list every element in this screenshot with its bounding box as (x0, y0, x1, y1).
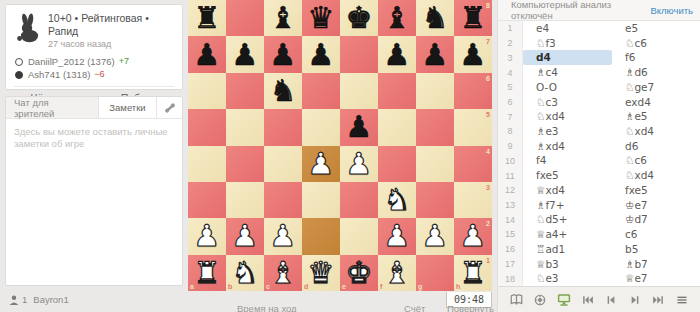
move-row-11: 11fxe5♘xd4 (498, 168, 700, 183)
move-row-15: 15♕a4+c6 (498, 227, 700, 242)
square-g6[interactable] (416, 73, 454, 109)
move-row-2: 2♘f3♘c6 (498, 36, 700, 51)
black-rating-diff: −6 (94, 68, 104, 81)
rank-label-3: 3 (486, 184, 490, 191)
chess-board: ♜♝♛♚♝♞♜8♟♟♟♟♟♟♟7♞6♟5♟♟4♞3♟♟♟♟♟♟2♜a♞b♝c♛d… (188, 0, 492, 291)
file-label-h: h (456, 283, 460, 290)
move-18-black[interactable]: ♕e7 (612, 271, 700, 286)
rank-label-7: 7 (486, 38, 490, 45)
move-number: 8 (498, 124, 523, 139)
black-knight: ♞ (422, 3, 449, 33)
black-color-icon (15, 71, 23, 79)
move-1-white[interactable]: e4 (523, 21, 612, 36)
rank-label-8: 8 (486, 2, 490, 9)
square-a5[interactable] (188, 109, 226, 145)
notes-placeholder[interactable]: Здесь вы можете оставить личные заметки … (6, 119, 182, 157)
move-row-4: 4♗c4♗d6 (498, 65, 700, 80)
white-color-icon (15, 58, 23, 66)
white-rook: ♜ (194, 258, 221, 288)
white-pawn: ♟ (194, 221, 221, 251)
square-g1[interactable]: g (416, 255, 454, 291)
game-timestamp: 27 часов назад (48, 38, 174, 50)
white-bishop: ♝ (384, 258, 411, 288)
square-e8[interactable]: ♚ (340, 0, 378, 36)
square-d7[interactable]: ♟ (302, 36, 340, 72)
phone-button[interactable] (156, 97, 182, 118)
move-14-black[interactable]: ♔d7 (612, 212, 700, 227)
move-7-black[interactable]: ♗e5 (612, 109, 700, 124)
white-pawn: ♟ (308, 149, 335, 179)
move-15-black[interactable]: c6 (612, 227, 700, 242)
file-label-d: d (304, 283, 308, 290)
move-13-black[interactable]: ♔e7 (612, 198, 700, 213)
square-c2[interactable]: ♟ (264, 218, 302, 254)
move-number: 13 (498, 198, 523, 213)
move-number: 6 (498, 95, 523, 110)
black-pawn: ♟ (270, 40, 297, 70)
move-number: 4 (498, 65, 523, 80)
move-14-white[interactable]: ♘d5+ (523, 212, 612, 227)
square-e4[interactable]: ♟ (340, 146, 378, 182)
move-row-14: 14♘d5+♔d7 (498, 212, 700, 227)
square-a4[interactable] (188, 146, 226, 182)
move-row-13: 13♗f7+♔e7 (498, 198, 700, 213)
square-h7[interactable]: ♟7 (454, 36, 492, 72)
black-player-row[interactable]: Ash741 (1318) −6 (15, 68, 174, 81)
white-pawn: ♟ (232, 221, 259, 251)
square-g2[interactable]: ♟ (416, 218, 454, 254)
white-king: ♚ (346, 258, 373, 288)
square-h8[interactable]: ♜8 (454, 0, 492, 36)
move-row-16: 16♖ad1b5 (498, 242, 700, 257)
square-d2[interactable] (302, 218, 340, 254)
analysis-board-icon[interactable] (554, 290, 574, 310)
square-f1[interactable]: ♝f (378, 255, 416, 291)
move-10-white[interactable]: f4 (523, 153, 612, 168)
move-list: 1e4e52♘f3♘c63d4f64♗c4♗d65O-O♘ge76♘c3exd4… (498, 21, 700, 286)
move-5-white[interactable]: O-O (523, 80, 612, 95)
square-d5[interactable] (302, 109, 340, 145)
square-b8[interactable] (226, 0, 264, 36)
square-f7[interactable]: ♟ (378, 36, 416, 72)
move-17-black[interactable]: ♗b7 (612, 257, 700, 272)
spectator-count: 1 (22, 294, 27, 305)
square-e1[interactable]: ♚e (340, 255, 378, 291)
move-6-white[interactable]: ♘c3 (523, 95, 612, 110)
next-move-button[interactable] (625, 290, 645, 310)
white-pawn: ♟ (270, 221, 297, 251)
file-label-a: a (190, 283, 194, 290)
move-row-12: 12♕xd4fxe5 (498, 183, 700, 198)
square-e5[interactable]: ♟ (340, 109, 378, 145)
square-g5[interactable] (416, 109, 454, 145)
square-b5[interactable] (226, 109, 264, 145)
white-rook: ♜ (460, 258, 487, 288)
white-knight: ♞ (384, 185, 411, 215)
square-e2[interactable] (340, 218, 378, 254)
square-f3[interactable]: ♞ (378, 182, 416, 218)
move-number: 1 (498, 21, 523, 36)
white-bishop: ♝ (270, 258, 297, 288)
black-player-rating: (1318) (63, 68, 90, 81)
move-7-white[interactable]: ♘xd4 (523, 109, 612, 124)
black-pawn: ♟ (460, 40, 487, 70)
square-d4[interactable]: ♟ (302, 146, 340, 182)
move-number: 2 (498, 36, 523, 51)
move-number: 3 (498, 50, 523, 65)
rank-label-2: 2 (486, 220, 490, 227)
square-g3[interactable] (416, 182, 454, 218)
move-6-black[interactable]: exd4 (612, 95, 700, 110)
black-rook: ♜ (194, 3, 221, 33)
rank-label-6: 6 (486, 75, 490, 82)
square-c3[interactable] (264, 182, 302, 218)
book-icon[interactable] (506, 290, 526, 310)
game-page: 10+0 • Рейтинговая • Рапид 27 часов наза… (0, 0, 700, 312)
settings-icon[interactable] (530, 290, 550, 310)
move-8-black[interactable]: ♘xd4 (612, 124, 700, 139)
square-h6[interactable]: 6 (454, 73, 492, 109)
square-c8[interactable]: ♝ (264, 0, 302, 36)
file-label-c: c (266, 283, 270, 290)
move-13-white[interactable]: ♗f7+ (523, 198, 612, 213)
move-row-8: 8♗e3♘xd4 (498, 124, 700, 139)
spectator-name[interactable]: Bayron1 (33, 294, 68, 305)
square-f5[interactable] (378, 109, 416, 145)
white-player-row[interactable]: DaniilP_2012 (1376) +7 (15, 55, 174, 68)
square-a7[interactable]: ♟ (188, 36, 226, 72)
spectator-list: 1 Bayron1 (9, 294, 69, 305)
square-h3[interactable]: 3 (454, 182, 492, 218)
move-row-5: 5O-O♘ge7 (498, 80, 700, 95)
move-5-black[interactable]: ♘ge7 (612, 80, 700, 95)
move-row-10: 10f4♘c6 (498, 153, 700, 168)
move-9-black[interactable]: d6 (612, 139, 700, 154)
black-pawn: ♟ (384, 40, 411, 70)
move-8-white[interactable]: ♗e3 (523, 124, 612, 139)
black-pawn: ♟ (232, 40, 259, 70)
white-queen: ♛ (308, 258, 335, 288)
black-player-name[interactable]: Ash741 (28, 68, 60, 81)
white-rating-diff: +7 (119, 55, 129, 68)
black-queen: ♛ (308, 3, 335, 33)
black-knight: ♞ (270, 76, 297, 106)
move-number: 7 (498, 109, 523, 124)
move-number: 10 (498, 153, 523, 168)
move-number: 18 (498, 271, 523, 286)
square-d3[interactable] (302, 182, 340, 218)
move-row-9: 9♗xd4d6 (498, 139, 700, 154)
move-2-black[interactable]: ♘c6 (612, 36, 700, 51)
square-g7[interactable]: ♟ (416, 36, 454, 72)
black-bishop: ♝ (384, 3, 411, 33)
move-18-white[interactable]: ♘e3 (523, 271, 612, 286)
menu-icon[interactable] (672, 290, 692, 310)
square-a1[interactable]: ♜a (188, 255, 226, 291)
black-pawn: ♟ (194, 40, 221, 70)
rank-label-5: 5 (486, 111, 490, 118)
square-f8[interactable]: ♝ (378, 0, 416, 36)
last-move-button[interactable] (648, 290, 668, 310)
move-3-white[interactable]: d4 (523, 50, 612, 65)
black-king: ♚ (346, 3, 373, 33)
rank-label-1: 1 (486, 257, 490, 264)
move-row-18: 18♘e3♕e7 (498, 271, 700, 286)
person-icon (9, 295, 19, 305)
white-pawn: ♟ (460, 221, 487, 251)
game-title: 10+0 • Рейтинговая • Рапид (48, 12, 174, 38)
move-9-white[interactable]: ♗xd4 (523, 139, 612, 154)
square-h5[interactable]: 5 (454, 109, 492, 145)
game-info-panel: 10+0 • Рейтинговая • Рапид 27 часов наза… (5, 4, 183, 90)
file-label-b: b (228, 283, 232, 290)
square-f6[interactable] (378, 73, 416, 109)
move-row-1: 1e4e5 (498, 21, 700, 36)
square-b3[interactable] (226, 182, 264, 218)
move-1-black[interactable]: e5 (612, 21, 700, 36)
white-player-name[interactable]: DaniilP_2012 (28, 55, 85, 68)
black-bishop: ♝ (270, 3, 297, 33)
square-b4[interactable] (226, 146, 264, 182)
white-pawn: ♟ (422, 221, 449, 251)
square-e6[interactable] (340, 73, 378, 109)
square-c7[interactable]: ♟ (264, 36, 302, 72)
move-16-black[interactable]: b5 (612, 242, 700, 257)
move-4-white[interactable]: ♗c4 (523, 65, 612, 80)
move-number: 15 (498, 227, 523, 242)
square-d1[interactable]: ♛d (302, 255, 340, 291)
move-15-white[interactable]: ♕a4+ (523, 227, 612, 242)
square-f4[interactable] (378, 146, 416, 182)
square-b7[interactable]: ♟ (226, 36, 264, 72)
move-number: 9 (498, 139, 523, 154)
square-b6[interactable] (226, 73, 264, 109)
move-row-7: 7♘xd4♗e5 (498, 109, 700, 124)
square-b2[interactable]: ♟ (226, 218, 264, 254)
white-knight: ♞ (232, 258, 259, 288)
move-number: 11 (498, 168, 523, 183)
black-pawn: ♟ (308, 40, 335, 70)
tab-move-times[interactable]: Время на ход (237, 303, 297, 312)
square-f2[interactable]: ♟ (378, 218, 416, 254)
white-pawn: ♟ (384, 221, 411, 251)
black-rook: ♜ (460, 3, 487, 33)
prev-move-button[interactable] (601, 290, 621, 310)
move-row-3: 3d4f6 (498, 50, 700, 65)
square-c6[interactable]: ♞ (264, 73, 302, 109)
rapid-icon (16, 13, 42, 43)
move-number: 12 (498, 183, 523, 198)
square-d6[interactable] (302, 73, 340, 109)
square-g8[interactable]: ♞ (416, 0, 454, 36)
move-10-black[interactable]: ♘c6 (612, 153, 700, 168)
analysis-status: Компьютерный анализ отключён (511, 0, 650, 21)
square-d8[interactable]: ♛ (302, 0, 340, 36)
chat-panel: Чат для зрителей Заметки Здесь вы можете… (5, 96, 183, 286)
square-g4[interactable] (416, 146, 454, 182)
move-16-white[interactable]: ♖ad1 (523, 242, 612, 257)
white-player-rating: (1376) (87, 55, 114, 68)
square-e7[interactable] (340, 36, 378, 72)
phone-icon (163, 101, 177, 115)
move-11-white[interactable]: fxe5 (523, 168, 612, 183)
move-number: 5 (498, 80, 523, 95)
square-h2[interactable]: ♟2 (454, 218, 492, 254)
tab-notes[interactable]: Заметки (98, 97, 156, 118)
black-pawn: ♟ (422, 40, 449, 70)
move-12-black[interactable]: fxe5 (612, 183, 700, 198)
square-h1[interactable]: ♜1h (454, 255, 492, 291)
move-number: 17 (498, 257, 523, 272)
move-11-black[interactable]: ♘xd4 (612, 168, 700, 183)
square-a6[interactable] (188, 73, 226, 109)
move-number: 14 (498, 212, 523, 227)
square-c4[interactable] (264, 146, 302, 182)
move-row-6: 6♘c3exd4 (498, 95, 700, 110)
analysis-panel: Компьютерный анализ отключён Включить 1e… (497, 0, 700, 312)
square-b1[interactable]: ♞b (226, 255, 264, 291)
move-12-white[interactable]: ♕xd4 (523, 183, 612, 198)
file-label-f: f (380, 283, 382, 290)
first-move-button[interactable] (578, 290, 598, 310)
file-label-g: g (418, 283, 422, 290)
move-number: 16 (498, 242, 523, 257)
rank-label-4: 4 (486, 148, 490, 155)
square-a8[interactable]: ♜ (188, 0, 226, 36)
tab-spectator-chat[interactable]: Чат для зрителей (6, 97, 98, 118)
black-pawn: ♟ (346, 112, 373, 142)
square-h4[interactable]: 4 (454, 146, 492, 182)
file-label-e: e (342, 283, 346, 290)
move-3-black[interactable]: f6 (612, 50, 700, 65)
control-bar (498, 286, 700, 312)
move-17-white[interactable]: ♕b3 (523, 257, 612, 272)
move-row-17: 17♕b3♗b7 (498, 257, 700, 272)
square-a2[interactable]: ♟ (188, 218, 226, 254)
square-c1[interactable]: ♝c (264, 255, 302, 291)
square-a3[interactable] (188, 182, 226, 218)
square-c5[interactable] (264, 109, 302, 145)
move-2-white[interactable]: ♘f3 (523, 36, 612, 51)
enable-analysis-link[interactable]: Включить (650, 5, 693, 16)
tab-score[interactable]: Счёт (404, 303, 425, 312)
move-4-black[interactable]: ♗d6 (612, 65, 700, 80)
white-pawn: ♟ (346, 149, 373, 179)
square-e3[interactable] (340, 182, 378, 218)
